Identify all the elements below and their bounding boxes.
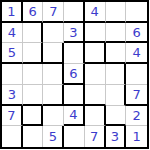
cell-r4c4[interactable]: 6 [64,64,85,85]
cell-r5c2[interactable] [23,85,44,106]
given-digit: 3 [8,88,16,101]
cell-r4c2[interactable] [23,64,44,85]
cell-r4c3[interactable] [43,64,64,85]
cell-r3c1[interactable]: 5 [2,43,23,64]
cell-r4c7[interactable] [126,64,147,85]
cell-r7c2[interactable] [23,126,44,147]
given-digit: 4 [69,108,77,121]
cell-r7c5[interactable]: 7 [85,126,106,147]
given-digit: 7 [132,88,140,101]
puzzle-page: 1674436546377425731 [0,0,150,150]
cell-r7c1[interactable] [2,126,23,147]
cell-r2c4[interactable]: 3 [64,23,85,44]
cell-r2c2[interactable] [23,23,44,44]
given-digit: 4 [8,26,16,39]
given-digit: 5 [49,130,57,143]
cell-r2c3[interactable] [43,23,64,44]
cell-r6c1[interactable]: 7 [2,106,23,127]
cell-r2c7[interactable]: 6 [126,23,147,44]
cell-r7c4[interactable] [64,126,85,147]
cell-r1c2[interactable]: 6 [23,2,44,23]
cell-r5c5[interactable] [85,85,106,106]
given-digit: 7 [90,130,98,143]
cell-r6c2[interactable] [23,106,44,127]
cell-r5c6[interactable] [106,85,127,106]
cell-r1c1[interactable]: 1 [2,2,23,23]
given-digit: 4 [91,5,99,18]
given-digit: 1 [132,130,140,143]
cell-r2c6[interactable] [106,23,127,44]
given-digit: 1 [7,5,15,18]
cell-r3c3[interactable] [43,43,64,64]
given-digit: 3 [69,26,77,39]
cell-r4c1[interactable] [2,64,23,85]
given-digit: 5 [8,46,16,59]
puzzle-board: 1674436546377425731 [0,0,149,149]
given-digit: 7 [49,5,57,18]
cell-r1c4[interactable] [64,2,85,23]
cell-r5c7[interactable]: 7 [126,85,147,106]
cell-r7c3[interactable]: 5 [43,126,64,147]
given-digit: 4 [132,46,140,59]
given-digit: 6 [132,26,140,39]
cell-r1c6[interactable] [106,2,127,23]
given-digit: 3 [111,130,119,143]
given-digit: 2 [132,109,140,122]
cell-r6c5[interactable] [85,106,106,127]
cell-r6c6[interactable] [106,106,127,127]
cell-r1c3[interactable]: 7 [43,2,64,23]
cell-r7c7[interactable]: 1 [126,126,147,147]
cell-r7c6[interactable]: 3 [106,126,127,147]
cell-r3c6[interactable] [106,43,127,64]
given-digit: 7 [7,109,15,122]
cell-r1c7[interactable] [126,2,147,23]
cell-r2c5[interactable] [85,23,106,44]
cell-r3c4[interactable] [64,43,85,64]
given-digit: 6 [69,67,77,80]
cell-r4c6[interactable] [106,64,127,85]
cell-r4c5[interactable] [85,64,106,85]
cell-r1c5[interactable]: 4 [85,2,106,23]
cell-r6c7[interactable]: 2 [126,106,147,127]
cell-r3c7[interactable]: 4 [126,43,147,64]
cell-r5c1[interactable]: 3 [2,85,23,106]
cell-r5c4[interactable] [64,85,85,106]
cell-r6c3[interactable] [43,106,64,127]
cell-r5c3[interactable] [43,85,64,106]
cell-r2c1[interactable]: 4 [2,23,23,44]
cell-r6c4[interactable]: 4 [64,106,85,127]
cell-r3c2[interactable] [23,43,44,64]
given-digit: 6 [28,5,36,18]
cell-r3c5[interactable] [85,43,106,64]
